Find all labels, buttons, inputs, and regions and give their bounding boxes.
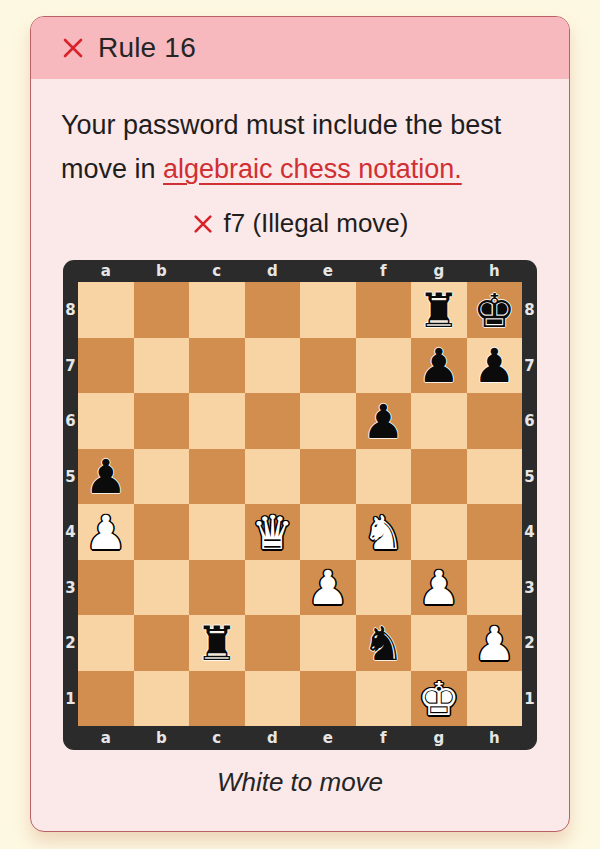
square-g5: [411, 449, 467, 505]
black-rook: ♜: [196, 620, 238, 667]
coordinate-label: 3: [522, 560, 537, 616]
white-pawn: ♟: [307, 564, 349, 611]
coordinate-label: a: [78, 726, 134, 750]
square-f8: [356, 282, 412, 338]
black-pawn: ♟: [418, 342, 460, 389]
square-h6: [467, 393, 523, 449]
square-h3: [467, 560, 523, 616]
coordinate-label: a: [78, 260, 134, 282]
coordinate-label: 7: [63, 338, 78, 394]
white-king: ♚: [418, 675, 460, 722]
square-c5: [189, 449, 245, 505]
square-c8: [189, 282, 245, 338]
square-g3: ♟: [411, 560, 467, 616]
coordinate-label: f: [356, 260, 412, 282]
square-f2: ♞: [356, 615, 412, 671]
square-a6: [78, 393, 134, 449]
coordinate-label: 8: [522, 282, 537, 338]
square-f4: ♞: [356, 504, 412, 560]
square-f1: [356, 671, 412, 727]
square-g6: [411, 393, 467, 449]
square-b3: [134, 560, 190, 616]
square-d5: [245, 449, 301, 505]
coordinate-label: f: [356, 726, 412, 750]
coordinate-label: 7: [522, 338, 537, 394]
board-squares: ♜♚♟♟♟♟♟♛♞♟♟♜♞♟♚: [78, 282, 522, 726]
rank-labels-right: 87654321: [522, 282, 537, 726]
coordinate-label: 8: [63, 282, 78, 338]
square-a4: ♟: [78, 504, 134, 560]
black-pawn: ♟: [473, 342, 515, 389]
square-b8: [134, 282, 190, 338]
coordinate-label: 4: [522, 504, 537, 560]
square-h2: ♟: [467, 615, 523, 671]
square-e3: ♟: [300, 560, 356, 616]
black-pawn: ♟: [85, 453, 127, 500]
square-a8: [78, 282, 134, 338]
coordinate-label: e: [300, 726, 356, 750]
square-d1: [245, 671, 301, 727]
coordinate-label: b: [134, 260, 190, 282]
white-pawn: ♟: [473, 620, 515, 667]
coordinate-label: 2: [522, 615, 537, 671]
white-knight: ♞: [362, 509, 404, 556]
square-e7: [300, 338, 356, 394]
square-a5: ♟: [78, 449, 134, 505]
square-e8: [300, 282, 356, 338]
white-pawn: ♟: [85, 509, 127, 556]
square-e5: [300, 449, 356, 505]
rule-title: Rule 16: [98, 32, 196, 64]
square-d7: [245, 338, 301, 394]
square-h8: ♚: [467, 282, 523, 338]
algebraic-notation-link[interactable]: algebraic chess notation.: [163, 154, 462, 184]
coordinate-label: 2: [63, 615, 78, 671]
rule-card-header: Rule 16: [31, 17, 569, 79]
coordinate-label: h: [467, 260, 523, 282]
coordinate-label: 1: [63, 671, 78, 727]
square-e1: [300, 671, 356, 727]
file-labels-bottom: abcdefgh: [78, 726, 522, 750]
square-f7: [356, 338, 412, 394]
square-e4: [300, 504, 356, 560]
square-g2: [411, 615, 467, 671]
square-d2: [245, 615, 301, 671]
square-d6: [245, 393, 301, 449]
square-a7: [78, 338, 134, 394]
coordinate-label: 1: [522, 671, 537, 727]
rank-labels-left: 87654321: [63, 282, 78, 726]
square-d8: [245, 282, 301, 338]
square-c1: [189, 671, 245, 727]
coordinate-label: d: [245, 260, 301, 282]
square-a1: [78, 671, 134, 727]
coordinate-label: h: [467, 726, 523, 750]
coordinate-label: 5: [63, 449, 78, 505]
square-g7: ♟: [411, 338, 467, 394]
black-rook: ♜: [418, 287, 460, 334]
square-c2: ♜: [189, 615, 245, 671]
square-c7: [189, 338, 245, 394]
rule-card: Rule 16 Your password must include the b…: [30, 16, 570, 832]
square-a2: [78, 615, 134, 671]
rule-description: Your password must include the best move…: [61, 104, 539, 191]
coordinate-label: 4: [63, 504, 78, 560]
square-h7: ♟: [467, 338, 523, 394]
square-b7: [134, 338, 190, 394]
file-labels-top: abcdefgh: [78, 260, 522, 282]
coordinate-label: g: [411, 726, 467, 750]
square-c3: [189, 560, 245, 616]
x-icon: [61, 36, 85, 60]
coordinate-label: c: [189, 260, 245, 282]
side-to-move-caption: White to move: [61, 767, 539, 798]
coordinate-label: c: [189, 726, 245, 750]
black-knight: ♞: [362, 620, 404, 667]
square-b1: [134, 671, 190, 727]
white-pawn: ♟: [418, 564, 460, 611]
square-a3: [78, 560, 134, 616]
square-b4: [134, 504, 190, 560]
square-d3: [245, 560, 301, 616]
chess-board: abcdefgh 87654321 ♜♚♟♟♟♟♟♛♞♟♟♜♞♟♚ 876543…: [63, 260, 537, 750]
coordinate-label: 3: [63, 560, 78, 616]
square-h4: [467, 504, 523, 560]
square-h5: [467, 449, 523, 505]
square-h1: [467, 671, 523, 727]
square-b2: [134, 615, 190, 671]
square-b6: [134, 393, 190, 449]
coordinate-label: 6: [522, 393, 537, 449]
x-icon: [192, 213, 214, 235]
square-g8: ♜: [411, 282, 467, 338]
square-f5: [356, 449, 412, 505]
coordinate-label: d: [245, 726, 301, 750]
square-b5: [134, 449, 190, 505]
square-g1: ♚: [411, 671, 467, 727]
coordinate-label: g: [411, 260, 467, 282]
square-c6: [189, 393, 245, 449]
square-f6: ♟: [356, 393, 412, 449]
feedback-text: f7 (Illegal move): [224, 208, 409, 239]
white-queen: ♛: [251, 509, 293, 556]
square-f3: [356, 560, 412, 616]
square-g4: [411, 504, 467, 560]
square-e2: [300, 615, 356, 671]
square-d4: ♛: [245, 504, 301, 560]
coordinate-label: 6: [63, 393, 78, 449]
coordinate-label: b: [134, 726, 190, 750]
black-pawn: ♟: [362, 398, 404, 445]
square-e6: [300, 393, 356, 449]
square-c4: [189, 504, 245, 560]
move-feedback: f7 (Illegal move): [61, 208, 539, 239]
coordinate-label: 5: [522, 449, 537, 505]
black-king: ♚: [473, 287, 515, 334]
rule-card-body: Your password must include the best move…: [31, 79, 569, 831]
coordinate-label: e: [300, 260, 356, 282]
